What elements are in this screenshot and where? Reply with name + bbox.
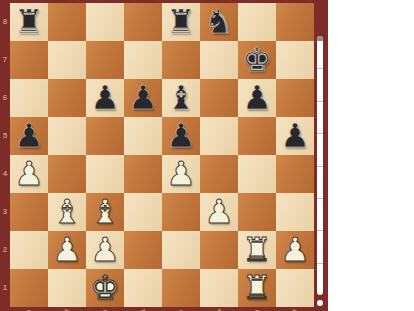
eval-gauge-bar xyxy=(317,36,323,295)
square-e3[interactable] xyxy=(162,193,200,231)
square-a4[interactable]: ♟ xyxy=(10,155,48,193)
square-c1[interactable]: ♚ xyxy=(86,269,124,307)
square-g1[interactable]: ♜ xyxy=(238,269,276,307)
square-g3[interactable] xyxy=(238,193,276,231)
square-d7[interactable] xyxy=(124,41,162,79)
rank-label-8: 8 xyxy=(0,3,10,41)
black-rook[interactable]: ♜ xyxy=(10,3,48,41)
rank-label-5: 5 xyxy=(0,117,10,155)
square-b2[interactable]: ♟ xyxy=(48,231,86,269)
eval-gauge-end-dot xyxy=(317,300,323,306)
square-c5[interactable] xyxy=(86,117,124,155)
black-king[interactable]: ♚ xyxy=(238,41,276,79)
white-rook[interactable]: ♜ xyxy=(238,269,276,307)
square-d8[interactable] xyxy=(124,3,162,41)
square-g6[interactable]: ♟ xyxy=(238,79,276,117)
eval-gauge-tick xyxy=(317,68,323,69)
square-a8[interactable]: ♜ xyxy=(10,3,48,41)
square-f3[interactable]: ♟ xyxy=(200,193,238,231)
square-e2[interactable] xyxy=(162,231,200,269)
square-f6[interactable] xyxy=(200,79,238,117)
square-d2[interactable] xyxy=(124,231,162,269)
square-d3[interactable] xyxy=(124,193,162,231)
eval-gauge-cap xyxy=(317,36,323,41)
square-a2[interactable] xyxy=(10,231,48,269)
rank-label-1: 1 xyxy=(0,269,10,307)
square-h5[interactable]: ♟ xyxy=(276,117,314,155)
square-g2[interactable]: ♜ xyxy=(238,231,276,269)
square-c8[interactable] xyxy=(86,3,124,41)
rank-label-2: 2 xyxy=(0,231,10,269)
white-pawn[interactable]: ♟ xyxy=(276,231,314,269)
square-b7[interactable] xyxy=(48,41,86,79)
eval-gauge-tick xyxy=(317,166,323,167)
square-f5[interactable] xyxy=(200,117,238,155)
square-d1[interactable] xyxy=(124,269,162,307)
square-a7[interactable] xyxy=(10,41,48,79)
board: ♜♜♞♚♟♟♝♟♟♟♟♟♟♝♝♟♟♟♜♟♚♜ xyxy=(10,3,314,307)
square-h3[interactable] xyxy=(276,193,314,231)
square-c2[interactable]: ♟ xyxy=(86,231,124,269)
black-rook[interactable]: ♜ xyxy=(162,3,200,41)
eval-gauge-tick xyxy=(317,230,323,231)
black-pawn[interactable]: ♟ xyxy=(238,79,276,117)
rank-label-7: 7 xyxy=(0,41,10,79)
square-a6[interactable] xyxy=(10,79,48,117)
square-e5[interactable]: ♟ xyxy=(162,117,200,155)
square-h6[interactable] xyxy=(276,79,314,117)
square-b3[interactable]: ♝ xyxy=(48,193,86,231)
square-e8[interactable]: ♜ xyxy=(162,3,200,41)
white-pawn[interactable]: ♟ xyxy=(200,193,238,231)
square-c4[interactable] xyxy=(86,155,124,193)
square-g4[interactable] xyxy=(238,155,276,193)
square-a5[interactable]: ♟ xyxy=(10,117,48,155)
square-a1[interactable] xyxy=(10,269,48,307)
rank-label-3: 3 xyxy=(0,193,10,231)
square-d5[interactable] xyxy=(124,117,162,155)
white-pawn[interactable]: ♟ xyxy=(162,155,200,193)
square-a3[interactable] xyxy=(10,193,48,231)
black-pawn[interactable]: ♟ xyxy=(276,117,314,155)
white-king[interactable]: ♚ xyxy=(86,269,124,307)
square-g7[interactable]: ♚ xyxy=(238,41,276,79)
square-f8[interactable]: ♞ xyxy=(200,3,238,41)
square-h2[interactable]: ♟ xyxy=(276,231,314,269)
rank-label-4: 4 xyxy=(0,155,10,193)
square-h4[interactable] xyxy=(276,155,314,193)
black-pawn[interactable]: ♟ xyxy=(10,117,48,155)
eval-gauge-tick xyxy=(317,101,323,102)
black-pawn[interactable]: ♟ xyxy=(124,79,162,117)
square-b5[interactable] xyxy=(48,117,86,155)
square-g5[interactable] xyxy=(238,117,276,155)
black-bishop[interactable]: ♝ xyxy=(162,79,200,117)
white-pawn[interactable]: ♟ xyxy=(86,231,124,269)
board-frame-bottom: abcdefgh xyxy=(0,307,328,311)
square-c7[interactable] xyxy=(86,41,124,79)
eval-gauge-tick xyxy=(317,263,323,264)
square-e6[interactable]: ♝ xyxy=(162,79,200,117)
black-knight[interactable]: ♞ xyxy=(200,3,238,41)
black-pawn[interactable]: ♟ xyxy=(162,117,200,155)
eval-gauge-tick xyxy=(317,198,323,199)
square-d4[interactable] xyxy=(124,155,162,193)
square-e7[interactable] xyxy=(162,41,200,79)
square-b8[interactable] xyxy=(48,3,86,41)
square-e1[interactable] xyxy=(162,269,200,307)
square-c6[interactable]: ♟ xyxy=(86,79,124,117)
white-bishop[interactable]: ♝ xyxy=(86,193,124,231)
white-bishop[interactable]: ♝ xyxy=(48,193,86,231)
white-rook[interactable]: ♜ xyxy=(238,231,276,269)
square-b1[interactable] xyxy=(48,269,86,307)
square-f7[interactable] xyxy=(200,41,238,79)
square-f4[interactable] xyxy=(200,155,238,193)
square-h7[interactable] xyxy=(276,41,314,79)
square-g8[interactable] xyxy=(238,3,276,41)
square-b4[interactable] xyxy=(48,155,86,193)
chess-app-page: ♜♜♞♚♟♟♝♟♟♟♟♟♟♝♝♟♟♟♜♟♚♜ 87654321 abcdefgh xyxy=(0,0,414,311)
rank-label-6: 6 xyxy=(0,79,10,117)
square-d6[interactable]: ♟ xyxy=(124,79,162,117)
eval-gauge-tick xyxy=(317,133,323,134)
square-h1[interactable] xyxy=(276,269,314,307)
square-f1[interactable] xyxy=(200,269,238,307)
square-c3[interactable]: ♝ xyxy=(86,193,124,231)
square-e4[interactable]: ♟ xyxy=(162,155,200,193)
square-f2[interactable] xyxy=(200,231,238,269)
square-h8[interactable] xyxy=(276,3,314,41)
white-pawn[interactable]: ♟ xyxy=(10,155,48,193)
square-b6[interactable] xyxy=(48,79,86,117)
black-pawn[interactable]: ♟ xyxy=(86,79,124,117)
white-pawn[interactable]: ♟ xyxy=(48,231,86,269)
